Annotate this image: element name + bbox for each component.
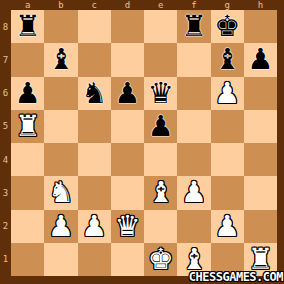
rank-label-8: 8: [0, 10, 11, 43]
rank-label-6: 6: [0, 77, 11, 110]
square-b1[interactable]: [44, 243, 77, 276]
square-f3[interactable]: ♟: [177, 176, 210, 209]
square-e2[interactable]: [144, 210, 177, 243]
square-e7[interactable]: [144, 43, 177, 76]
white-knight: ♞: [48, 176, 74, 209]
board-frame: abcdefgh 87654321 ♜♜♚♝♝♟♟♞♟♛♟♜♟♞♝♟♟♟♛♟♚♝…: [0, 0, 284, 284]
rank-labels: 87654321: [0, 10, 11, 276]
white-pawn: ♟: [214, 77, 240, 110]
square-f4[interactable]: [177, 143, 210, 176]
file-label-a: a: [11, 0, 44, 10]
square-f5[interactable]: [177, 110, 210, 143]
square-e1[interactable]: ♚: [144, 243, 177, 276]
square-g2[interactable]: ♟: [211, 210, 244, 243]
square-a5[interactable]: ♜: [11, 110, 44, 143]
white-pawn: ♟: [81, 210, 107, 243]
square-f2[interactable]: [177, 210, 210, 243]
file-labels: abcdefgh: [11, 0, 277, 10]
white-rook: ♜: [15, 110, 41, 143]
square-a3[interactable]: [11, 176, 44, 209]
square-c7[interactable]: [78, 43, 111, 76]
square-d4[interactable]: [111, 143, 144, 176]
square-f6[interactable]: [177, 77, 210, 110]
square-e4[interactable]: [144, 143, 177, 176]
rank-label-5: 5: [0, 110, 11, 143]
rank-label-7: 7: [0, 43, 11, 76]
square-c5[interactable]: [78, 110, 111, 143]
rank-label-3: 3: [0, 176, 11, 209]
square-e6[interactable]: ♛: [144, 77, 177, 110]
square-a1[interactable]: [11, 243, 44, 276]
file-label-g: g: [211, 0, 244, 10]
white-pawn: ♟: [214, 210, 240, 243]
black-queen: ♛: [148, 77, 174, 110]
square-g7[interactable]: ♝: [211, 43, 244, 76]
square-h8[interactable]: [244, 10, 277, 43]
square-h6[interactable]: [244, 77, 277, 110]
square-a7[interactable]: [11, 43, 44, 76]
square-d7[interactable]: [111, 43, 144, 76]
black-pawn: ♟: [114, 77, 140, 110]
square-d2[interactable]: ♛: [111, 210, 144, 243]
rank-label-1: 1: [0, 243, 11, 276]
chess-board: ♜♜♚♝♝♟♟♞♟♛♟♜♟♞♝♟♟♟♛♟♚♝♜: [11, 10, 277, 276]
file-label-b: b: [44, 0, 77, 10]
square-g6[interactable]: ♟: [211, 77, 244, 110]
black-pawn: ♟: [247, 43, 273, 76]
square-b5[interactable]: [44, 110, 77, 143]
square-c6[interactable]: ♞: [78, 77, 111, 110]
square-c2[interactable]: ♟: [78, 210, 111, 243]
square-e3[interactable]: ♝: [144, 176, 177, 209]
square-d6[interactable]: ♟: [111, 77, 144, 110]
square-h7[interactable]: ♟: [244, 43, 277, 76]
rank-label-4: 4: [0, 143, 11, 176]
black-rook: ♜: [181, 10, 207, 43]
square-c8[interactable]: [78, 10, 111, 43]
square-b2[interactable]: ♟: [44, 210, 77, 243]
file-label-f: f: [177, 0, 210, 10]
watermark: CHESSGAMES.COM: [189, 270, 283, 284]
square-b3[interactable]: ♞: [44, 176, 77, 209]
black-knight: ♞: [81, 77, 107, 110]
black-bishop: ♝: [214, 43, 240, 76]
white-pawn: ♟: [48, 210, 74, 243]
square-g3[interactable]: [211, 176, 244, 209]
black-pawn: ♟: [148, 110, 174, 143]
square-b7[interactable]: ♝: [44, 43, 77, 76]
square-d8[interactable]: [111, 10, 144, 43]
square-a6[interactable]: ♟: [11, 77, 44, 110]
file-label-d: d: [111, 0, 144, 10]
square-d5[interactable]: [111, 110, 144, 143]
square-a2[interactable]: [11, 210, 44, 243]
square-a8[interactable]: ♜: [11, 10, 44, 43]
white-pawn: ♟: [181, 176, 207, 209]
square-e5[interactable]: ♟: [144, 110, 177, 143]
rank-label-2: 2: [0, 210, 11, 243]
black-bishop: ♝: [48, 43, 74, 76]
file-label-h: h: [244, 0, 277, 10]
square-g4[interactable]: [211, 143, 244, 176]
square-c4[interactable]: [78, 143, 111, 176]
white-king: ♚: [148, 243, 174, 276]
square-c3[interactable]: [78, 176, 111, 209]
square-h4[interactable]: [244, 143, 277, 176]
square-d3[interactable]: [111, 176, 144, 209]
square-f7[interactable]: [177, 43, 210, 76]
square-g5[interactable]: [211, 110, 244, 143]
white-bishop: ♝: [148, 176, 174, 209]
square-a4[interactable]: [11, 143, 44, 176]
file-label-c: c: [78, 0, 111, 10]
square-b8[interactable]: [44, 10, 77, 43]
square-c1[interactable]: [78, 243, 111, 276]
square-f8[interactable]: ♜: [177, 10, 210, 43]
square-d1[interactable]: [111, 243, 144, 276]
square-h2[interactable]: [244, 210, 277, 243]
black-pawn: ♟: [15, 77, 41, 110]
square-b4[interactable]: [44, 143, 77, 176]
black-king: ♚: [214, 10, 240, 43]
file-label-e: e: [144, 0, 177, 10]
black-rook: ♜: [15, 10, 41, 43]
square-b6[interactable]: [44, 77, 77, 110]
square-h3[interactable]: [244, 176, 277, 209]
square-g8[interactable]: ♚: [211, 10, 244, 43]
white-queen: ♛: [114, 210, 140, 243]
square-e8[interactable]: [144, 10, 177, 43]
square-h5[interactable]: [244, 110, 277, 143]
